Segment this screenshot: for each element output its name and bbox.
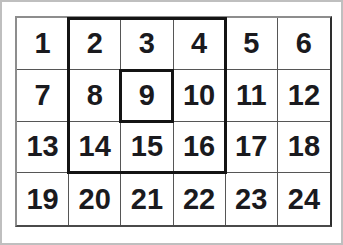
- grid-cell-6: 6: [278, 18, 330, 70]
- grid-cell-5: 5: [226, 18, 278, 70]
- grid-cell-17: 17: [226, 122, 278, 174]
- grid-cell-19: 19: [17, 173, 69, 225]
- grid-cell-14: 14: [69, 122, 121, 174]
- grid-cell-16: 16: [174, 122, 226, 174]
- figure-frame: 123456789101112131415161718192021222324: [0, 0, 343, 245]
- grid-cell-21: 21: [121, 173, 173, 225]
- grid-cell-18: 18: [278, 122, 330, 174]
- grid-cell-9: 9: [121, 70, 173, 122]
- grid-cell-4: 4: [174, 18, 226, 70]
- grid-cell-24: 24: [278, 173, 330, 225]
- grid-cell-8: 8: [69, 70, 121, 122]
- grid-cell-2: 2: [69, 18, 121, 70]
- grid-cell-20: 20: [69, 173, 121, 225]
- grid-cells: 123456789101112131415161718192021222324: [17, 18, 330, 225]
- grid-cell-12: 12: [278, 70, 330, 122]
- grid-cell-11: 11: [226, 70, 278, 122]
- grid-cell-3: 3: [121, 18, 173, 70]
- number-grid-board: 123456789101112131415161718192021222324: [15, 16, 332, 227]
- grid-cell-22: 22: [174, 173, 226, 225]
- grid-cell-1: 1: [17, 18, 69, 70]
- grid-cell-7: 7: [17, 70, 69, 122]
- grid-cell-23: 23: [226, 173, 278, 225]
- grid-cell-13: 13: [17, 122, 69, 174]
- grid-cell-15: 15: [121, 122, 173, 174]
- grid-cell-10: 10: [174, 70, 226, 122]
